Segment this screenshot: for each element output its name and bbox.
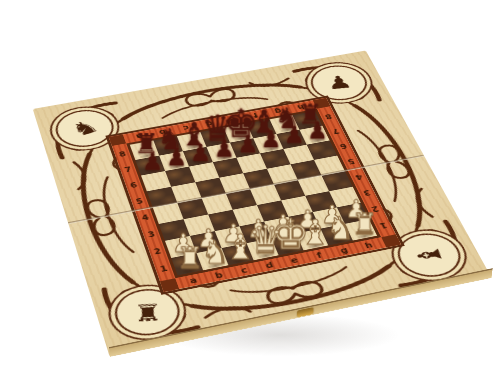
pawn-silhouette: ♟: [324, 73, 354, 92]
piece-white-rook-a1: ♜: [176, 244, 202, 273]
piece-white-knight-b1: ♞: [201, 238, 229, 269]
piece-white-rook-h1: ♜: [351, 210, 377, 239]
product-photo-white-background: { "game": "chess", "position": "rnbqkbnr…: [0, 0, 500, 382]
scene: ♞ ♟ ♜ ♝ 87654321 87654321 abcdefgh abcde…: [0, 0, 500, 382]
